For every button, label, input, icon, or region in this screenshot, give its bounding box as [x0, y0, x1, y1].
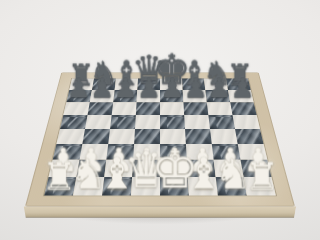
- square-d8: ♛: [137, 79, 160, 90]
- black-bishop-c8: ♝: [111, 56, 141, 90]
- square-e2: ♟: [160, 160, 188, 177]
- square-b1: ♞: [73, 177, 104, 196]
- board-front-edge: [24, 206, 296, 217]
- square-g5: [208, 115, 235, 129]
- square-g7: ♟: [205, 90, 230, 102]
- square-h2: ♟: [240, 160, 271, 177]
- black-knight-b8: ♞: [89, 57, 118, 90]
- square-e3: [160, 144, 187, 160]
- square-b6: [87, 102, 113, 115]
- square-d5: [135, 115, 160, 129]
- square-f7: ♟: [183, 90, 207, 102]
- square-c2: ♟: [104, 160, 133, 177]
- square-g2: ♟: [214, 160, 244, 177]
- square-a8: ♜: [69, 79, 94, 90]
- square-d4: [134, 129, 160, 144]
- board-frame: ♜♞♝♛♚♝♞♜♟♟♟♟♟♟♟♟♟♟♟♟♟♟♟♟♜♞♝♛♚♝♞♜: [25, 72, 295, 206]
- square-c7: ♟: [113, 90, 137, 102]
- square-h1: ♜: [244, 177, 276, 196]
- square-e6: [160, 102, 184, 115]
- square-h7: ♟: [228, 90, 254, 102]
- square-g3: [212, 144, 241, 160]
- square-f3: [186, 144, 214, 160]
- board-grid: ♜♞♝♛♚♝♞♜♟♟♟♟♟♟♟♟♟♟♟♟♟♟♟♟♜♞♝♛♚♝♞♜: [44, 79, 276, 196]
- black-rook-a8: ♜: [67, 60, 94, 90]
- square-d7: ♟: [137, 90, 160, 102]
- square-d2: ♟: [132, 160, 160, 177]
- square-a3: [53, 144, 83, 160]
- square-e1: ♚: [160, 177, 189, 196]
- square-c3: [106, 144, 134, 160]
- square-e4: [160, 129, 186, 144]
- square-a2: ♟: [49, 160, 80, 177]
- square-h6: [230, 102, 256, 115]
- square-d6: [136, 102, 160, 115]
- square-b5: [85, 115, 112, 129]
- square-c1: ♝: [102, 177, 132, 196]
- square-h3: [238, 144, 268, 160]
- square-a1: ♜: [44, 177, 76, 196]
- square-c6: [112, 102, 137, 115]
- square-f4: [185, 129, 212, 144]
- black-rook-h8: ♜: [226, 60, 253, 90]
- square-d1: ♛: [131, 177, 160, 196]
- square-b7: ♟: [90, 90, 115, 102]
- square-h4: [235, 129, 264, 144]
- square-d3: [133, 144, 160, 160]
- square-c8: ♝: [115, 79, 138, 90]
- square-e7: ♟: [160, 90, 183, 102]
- square-g1: ♞: [216, 177, 247, 196]
- square-f1: ♝: [188, 177, 218, 196]
- square-a6: [63, 102, 89, 115]
- square-g8: ♞: [204, 79, 228, 90]
- square-a4: [56, 129, 85, 144]
- chess-set-photo: ♜♞♝♛♚♝♞♜♟♟♟♟♟♟♟♟♟♟♟♟♟♟♟♟♜♞♝♛♚♝♞♜: [0, 0, 320, 240]
- square-f6: [183, 102, 208, 115]
- square-c4: [108, 129, 135, 144]
- square-a7: ♟: [66, 90, 92, 102]
- square-a5: [60, 115, 87, 129]
- square-g4: [210, 129, 238, 144]
- square-b3: [80, 144, 109, 160]
- square-b4: [82, 129, 110, 144]
- square-f8: ♝: [182, 79, 205, 90]
- square-b2: ♟: [76, 160, 106, 177]
- square-g6: [207, 102, 233, 115]
- square-h5: [233, 115, 260, 129]
- square-e5: [160, 115, 185, 129]
- square-f2: ♟: [187, 160, 216, 177]
- square-c5: [110, 115, 136, 129]
- square-f5: [184, 115, 210, 129]
- square-e8: ♚: [160, 79, 183, 90]
- square-b8: ♞: [92, 79, 116, 90]
- square-h8: ♜: [226, 79, 251, 90]
